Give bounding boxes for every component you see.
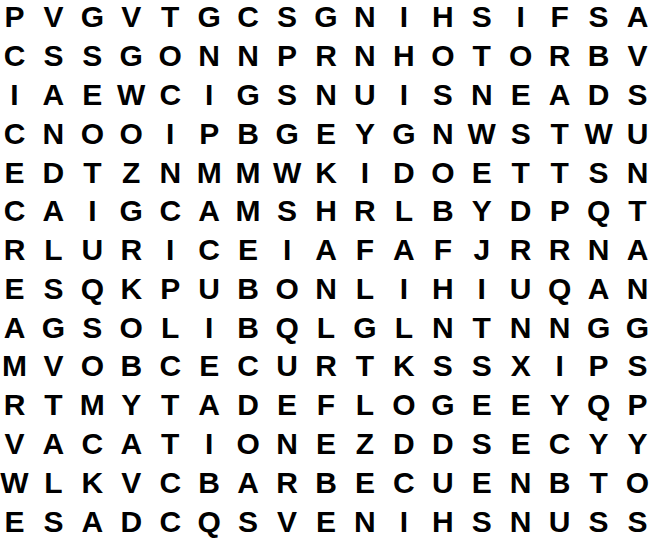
grid-cell-r12c2[interactable]: A	[34, 425, 73, 464]
grid-cell-r1c10[interactable]: N	[345, 0, 384, 37]
grid-cell-r2c12[interactable]: O	[423, 37, 462, 76]
grid-cell-r4c11[interactable]: G	[384, 114, 423, 153]
grid-cell-r13c16[interactable]: T	[579, 463, 618, 502]
grid-cell-r7c12[interactable]: F	[423, 231, 462, 270]
grid-cell-r5c14[interactable]: T	[501, 153, 540, 192]
grid-cell-r12c11[interactable]: D	[384, 425, 423, 464]
grid-cell-r3c14[interactable]: E	[501, 76, 540, 115]
grid-cell-r1c3[interactable]: G	[73, 0, 112, 37]
grid-cell-r4c12[interactable]: N	[423, 114, 462, 153]
grid-cell-r2c9[interactable]: R	[307, 37, 346, 76]
grid-cell-r2c1[interactable]: C	[0, 37, 34, 76]
grid-cell-r1c11[interactable]: I	[384, 0, 423, 37]
grid-cell-r9c5[interactable]: L	[151, 308, 190, 347]
grid-cell-r2c11[interactable]: H	[384, 37, 423, 76]
grid-cell-r5c16[interactable]: S	[579, 153, 618, 192]
grid-cell-r8c14[interactable]: U	[501, 269, 540, 308]
grid-cell-r1c4[interactable]: V	[112, 0, 151, 37]
grid-cell-r7c1[interactable]: R	[0, 231, 34, 270]
grid-cell-r4c6[interactable]: P	[190, 114, 229, 153]
grid-cell-r6c14[interactable]: D	[501, 192, 540, 231]
grid-cell-r3c11[interactable]: I	[384, 76, 423, 115]
grid-cell-r12c15[interactable]: C	[540, 425, 579, 464]
grid-cell-r14c13[interactable]: S	[462, 502, 501, 541]
grid-cell-r14c15[interactable]: U	[540, 502, 579, 541]
grid-cell-r9c14[interactable]: N	[501, 308, 540, 347]
grid-cell-r3c4[interactable]: W	[112, 76, 151, 115]
grid-cell-r12c7[interactable]: O	[229, 425, 268, 464]
grid-cell-r13c12[interactable]: U	[423, 463, 462, 502]
grid-cell-r8c12[interactable]: H	[423, 269, 462, 308]
grid-cell-r4c1[interactable]: C	[0, 114, 34, 153]
grid-cell-r13c14[interactable]: N	[501, 463, 540, 502]
grid-cell-r11c16[interactable]: Q	[579, 386, 618, 425]
grid-cell-r8c5[interactable]: P	[151, 269, 190, 308]
grid-cell-r3c12[interactable]: S	[423, 76, 462, 115]
grid-cell-r1c14[interactable]: I	[501, 0, 540, 37]
grid-cell-r8c2[interactable]: S	[34, 269, 73, 308]
grid-cell-r12c17[interactable]: Y	[618, 425, 657, 464]
grid-cell-r3c9[interactable]: N	[307, 76, 346, 115]
grid-cell-r12c5[interactable]: T	[151, 425, 190, 464]
grid-cell-r10c2[interactable]: V	[34, 347, 73, 386]
grid-cell-r7c13[interactable]: J	[462, 231, 501, 270]
grid-cell-r9c2[interactable]: G	[34, 308, 73, 347]
grid-cell-r13c6[interactable]: B	[190, 463, 229, 502]
grid-cell-r3c16[interactable]: D	[579, 76, 618, 115]
grid-cell-r8c9[interactable]: N	[307, 269, 346, 308]
grid-cell-r4c15[interactable]: T	[540, 114, 579, 153]
grid-cell-r4c5[interactable]: I	[151, 114, 190, 153]
grid-cell-r6c13[interactable]: Y	[462, 192, 501, 231]
grid-cell-r1c9[interactable]: G	[307, 0, 346, 37]
grid-cell-r3c13[interactable]: N	[462, 76, 501, 115]
grid-cell-r13c10[interactable]: E	[345, 463, 384, 502]
grid-cell-r10c7[interactable]: C	[229, 347, 268, 386]
grid-cell-r8c4[interactable]: K	[112, 269, 151, 308]
grid-cell-r9c13[interactable]: T	[462, 308, 501, 347]
grid-cell-r11c2[interactable]: T	[34, 386, 73, 425]
grid-cell-r6c11[interactable]: L	[384, 192, 423, 231]
grid-cell-r4c7[interactable]: B	[229, 114, 268, 153]
grid-cell-r14c16[interactable]: S	[579, 502, 618, 541]
grid-cell-r8c13[interactable]: I	[462, 269, 501, 308]
grid-cell-r13c9[interactable]: B	[307, 463, 346, 502]
grid-cell-r4c3[interactable]: O	[73, 114, 112, 153]
grid-cell-r10c16[interactable]: P	[579, 347, 618, 386]
grid-cell-r9c1[interactable]: A	[0, 308, 34, 347]
grid-cell-r14c8[interactable]: V	[268, 502, 307, 541]
grid-cell-r7c11[interactable]: A	[384, 231, 423, 270]
grid-cell-r11c3[interactable]: M	[73, 386, 112, 425]
grid-cell-r2c8[interactable]: P	[268, 37, 307, 76]
grid-cell-r6c1[interactable]: C	[0, 192, 34, 231]
grid-cell-r13c5[interactable]: C	[151, 463, 190, 502]
grid-cell-r1c15[interactable]: F	[540, 0, 579, 37]
grid-cell-r5c6[interactable]: M	[190, 153, 229, 192]
grid-cell-r10c3[interactable]: O	[73, 347, 112, 386]
grid-cell-r11c1[interactable]: R	[0, 386, 34, 425]
grid-cell-r2c6[interactable]: N	[190, 37, 229, 76]
grid-cell-r14c5[interactable]: C	[151, 502, 190, 541]
grid-cell-r13c11[interactable]: C	[384, 463, 423, 502]
grid-cell-r10c5[interactable]: C	[151, 347, 190, 386]
grid-cell-r8c15[interactable]: Q	[540, 269, 579, 308]
grid-cell-r12c4[interactable]: A	[112, 425, 151, 464]
grid-cell-r3c6[interactable]: I	[190, 76, 229, 115]
grid-cell-r7c15[interactable]: R	[540, 231, 579, 270]
grid-cell-r1c13[interactable]: S	[462, 0, 501, 37]
grid-cell-r14c6[interactable]: Q	[190, 502, 229, 541]
grid-cell-r5c11[interactable]: D	[384, 153, 423, 192]
grid-cell-r10c4[interactable]: B	[112, 347, 151, 386]
grid-cell-r5c2[interactable]: D	[34, 153, 73, 192]
word-search-grid: PVGVTGCSGNIHSIFSACSSGONNPRNHOTORBVIAEWCI…	[0, 0, 657, 541]
grid-cell-r12c6[interactable]: I	[190, 425, 229, 464]
grid-cell-r6c7[interactable]: M	[229, 192, 268, 231]
grid-cell-r13c7[interactable]: A	[229, 463, 268, 502]
grid-cell-r6c6[interactable]: A	[190, 192, 229, 231]
grid-cell-r10c17[interactable]: S	[618, 347, 657, 386]
grid-cell-r11c10[interactable]: L	[345, 386, 384, 425]
grid-cell-r10c1[interactable]: M	[0, 347, 34, 386]
grid-cell-r5c9[interactable]: K	[307, 153, 346, 192]
grid-cell-r10c14[interactable]: X	[501, 347, 540, 386]
grid-cell-r5c13[interactable]: E	[462, 153, 501, 192]
grid-cell-r9c17[interactable]: G	[618, 308, 657, 347]
grid-cell-r10c13[interactable]: S	[462, 347, 501, 386]
grid-cell-r3c15[interactable]: A	[540, 76, 579, 115]
grid-cell-r13c15[interactable]: B	[540, 463, 579, 502]
grid-cell-r6c17[interactable]: T	[618, 192, 657, 231]
grid-cell-r1c8[interactable]: S	[268, 0, 307, 37]
grid-cell-r1c17[interactable]: A	[618, 0, 657, 37]
grid-cell-r9c9[interactable]: L	[307, 308, 346, 347]
grid-cell-r13c2[interactable]: L	[34, 463, 73, 502]
grid-cell-r8c7[interactable]: B	[229, 269, 268, 308]
grid-cell-r1c6[interactable]: G	[190, 0, 229, 37]
grid-cell-r14c17[interactable]: S	[618, 502, 657, 541]
grid-cell-r1c5[interactable]: T	[151, 0, 190, 37]
grid-cell-r9c15[interactable]: N	[540, 308, 579, 347]
grid-cell-r10c12[interactable]: S	[423, 347, 462, 386]
grid-cell-r6c5[interactable]: C	[151, 192, 190, 231]
grid-cell-r8c11[interactable]: I	[384, 269, 423, 308]
grid-cell-r5c5[interactable]: N	[151, 153, 190, 192]
grid-cell-r6c12[interactable]: B	[423, 192, 462, 231]
grid-cell-r14c4[interactable]: D	[112, 502, 151, 541]
grid-cell-r11c5[interactable]: T	[151, 386, 190, 425]
grid-cell-r10c6[interactable]: E	[190, 347, 229, 386]
grid-cell-r6c10[interactable]: R	[345, 192, 384, 231]
grid-cell-r11c13[interactable]: E	[462, 386, 501, 425]
grid-cell-r5c8[interactable]: W	[268, 153, 307, 192]
grid-cell-r14c12[interactable]: H	[423, 502, 462, 541]
grid-cell-r5c4[interactable]: Z	[112, 153, 151, 192]
grid-cell-r4c8[interactable]: G	[268, 114, 307, 153]
grid-cell-r4c17[interactable]: U	[618, 114, 657, 153]
grid-cell-r3c2[interactable]: A	[34, 76, 73, 115]
grid-cell-r3c7[interactable]: G	[229, 76, 268, 115]
grid-cell-r10c8[interactable]: U	[268, 347, 307, 386]
grid-cell-r7c17[interactable]: A	[618, 231, 657, 270]
grid-cell-r11c11[interactable]: O	[384, 386, 423, 425]
grid-cell-r5c1[interactable]: E	[0, 153, 34, 192]
grid-cell-r2c4[interactable]: G	[112, 37, 151, 76]
grid-cell-r8c8[interactable]: O	[268, 269, 307, 308]
grid-cell-r8c1[interactable]: E	[0, 269, 34, 308]
grid-cell-r13c13[interactable]: E	[462, 463, 501, 502]
grid-cell-r13c8[interactable]: R	[268, 463, 307, 502]
grid-cell-r14c14[interactable]: N	[501, 502, 540, 541]
grid-cell-r6c2[interactable]: A	[34, 192, 73, 231]
grid-cell-r1c12[interactable]: H	[423, 0, 462, 37]
grid-cell-r14c11[interactable]: I	[384, 502, 423, 541]
grid-cell-r4c13[interactable]: W	[462, 114, 501, 153]
grid-cell-r12c10[interactable]: Z	[345, 425, 384, 464]
grid-cell-r9c4[interactable]: O	[112, 308, 151, 347]
grid-cell-r2c2[interactable]: S	[34, 37, 73, 76]
grid-cell-r2c17[interactable]: V	[618, 37, 657, 76]
grid-cell-r14c2[interactable]: S	[34, 502, 73, 541]
grid-cell-r1c16[interactable]: S	[579, 0, 618, 37]
grid-cell-r2c3[interactable]: S	[73, 37, 112, 76]
grid-cell-r7c9[interactable]: A	[307, 231, 346, 270]
grid-cell-r12c12[interactable]: D	[423, 425, 462, 464]
grid-cell-r4c14[interactable]: S	[501, 114, 540, 153]
grid-cell-r7c10[interactable]: F	[345, 231, 384, 270]
grid-cell-r10c15[interactable]: I	[540, 347, 579, 386]
grid-cell-r10c9[interactable]: R	[307, 347, 346, 386]
grid-cell-r7c5[interactable]: I	[151, 231, 190, 270]
grid-cell-r10c11[interactable]: K	[384, 347, 423, 386]
grid-cell-r13c17[interactable]: O	[618, 463, 657, 502]
grid-cell-r3c10[interactable]: U	[345, 76, 384, 115]
grid-cell-r14c10[interactable]: N	[345, 502, 384, 541]
grid-cell-r11c7[interactable]: D	[229, 386, 268, 425]
grid-cell-r5c17[interactable]: N	[618, 153, 657, 192]
grid-cell-r7c7[interactable]: E	[229, 231, 268, 270]
grid-cell-r7c4[interactable]: R	[112, 231, 151, 270]
grid-cell-r1c7[interactable]: C	[229, 0, 268, 37]
grid-cell-r4c16[interactable]: W	[579, 114, 618, 153]
grid-cell-r9c3[interactable]: S	[73, 308, 112, 347]
grid-cell-r5c7[interactable]: M	[229, 153, 268, 192]
grid-cell-r12c9[interactable]: E	[307, 425, 346, 464]
grid-cell-r14c7[interactable]: S	[229, 502, 268, 541]
grid-cell-r7c6[interactable]: C	[190, 231, 229, 270]
grid-cell-r11c12[interactable]: G	[423, 386, 462, 425]
grid-cell-r4c9[interactable]: E	[307, 114, 346, 153]
grid-cell-r9c10[interactable]: G	[345, 308, 384, 347]
grid-cell-r14c9[interactable]: E	[307, 502, 346, 541]
grid-cell-r11c15[interactable]: Y	[540, 386, 579, 425]
grid-cell-r1c1[interactable]: P	[0, 0, 34, 37]
grid-cell-r8c10[interactable]: L	[345, 269, 384, 308]
grid-cell-r11c9[interactable]: F	[307, 386, 346, 425]
grid-cell-r11c6[interactable]: A	[190, 386, 229, 425]
word-search-page: PVGVTGCSGNIHSIFSACSSGONNPRNHOTORBVIAEWCI…	[0, 0, 662, 543]
grid-cell-r6c15[interactable]: P	[540, 192, 579, 231]
grid-cell-r3c8[interactable]: S	[268, 76, 307, 115]
grid-cell-r8c17[interactable]: N	[618, 269, 657, 308]
grid-cell-r9c11[interactable]: L	[384, 308, 423, 347]
grid-cell-r1c2[interactable]: V	[34, 0, 73, 37]
grid-cell-r5c15[interactable]: T	[540, 153, 579, 192]
grid-cell-r2c5[interactable]: O	[151, 37, 190, 76]
grid-cell-r6c3[interactable]: I	[73, 192, 112, 231]
grid-cell-r9c7[interactable]: B	[229, 308, 268, 347]
grid-cell-r9c6[interactable]: I	[190, 308, 229, 347]
grid-cell-r7c3[interactable]: U	[73, 231, 112, 270]
grid-cell-r6c9[interactable]: H	[307, 192, 346, 231]
grid-cell-r9c12[interactable]: N	[423, 308, 462, 347]
grid-cell-r8c16[interactable]: A	[579, 269, 618, 308]
grid-cell-r14c1[interactable]: E	[0, 502, 34, 541]
grid-cell-r7c14[interactable]: R	[501, 231, 540, 270]
grid-cell-r6c16[interactable]: Q	[579, 192, 618, 231]
grid-cell-r9c16[interactable]: G	[579, 308, 618, 347]
grid-cell-r6c4[interactable]: G	[112, 192, 151, 231]
grid-cell-r12c8[interactable]: N	[268, 425, 307, 464]
grid-cell-r11c17[interactable]: P	[618, 386, 657, 425]
grid-cell-r5c3[interactable]: T	[73, 153, 112, 192]
grid-cell-r13c4[interactable]: V	[112, 463, 151, 502]
grid-cell-r2c16[interactable]: B	[579, 37, 618, 76]
grid-cell-r12c3[interactable]: C	[73, 425, 112, 464]
grid-cell-r10c10[interactable]: T	[345, 347, 384, 386]
grid-cell-r4c4[interactable]: O	[112, 114, 151, 153]
grid-cell-r2c7[interactable]: N	[229, 37, 268, 76]
grid-cell-r14c3[interactable]: A	[73, 502, 112, 541]
grid-cell-r13c1[interactable]: W	[0, 463, 34, 502]
grid-cell-r9c8[interactable]: Q	[268, 308, 307, 347]
grid-cell-r5c10[interactable]: I	[345, 153, 384, 192]
grid-cell-r3c17[interactable]: S	[618, 76, 657, 115]
grid-cell-r3c3[interactable]: E	[73, 76, 112, 115]
grid-cell-r2c14[interactable]: O	[501, 37, 540, 76]
grid-cell-r11c14[interactable]: E	[501, 386, 540, 425]
grid-cell-r12c14[interactable]: E	[501, 425, 540, 464]
grid-cell-r12c16[interactable]: Y	[579, 425, 618, 464]
grid-cell-r7c8[interactable]: I	[268, 231, 307, 270]
grid-cell-r11c8[interactable]: E	[268, 386, 307, 425]
grid-cell-r5c12[interactable]: O	[423, 153, 462, 192]
grid-cell-r6c8[interactable]: S	[268, 192, 307, 231]
grid-cell-r12c13[interactable]: S	[462, 425, 501, 464]
grid-cell-r2c15[interactable]: R	[540, 37, 579, 76]
grid-cell-r4c10[interactable]: Y	[345, 114, 384, 153]
grid-cell-r8c3[interactable]: Q	[73, 269, 112, 308]
grid-cell-r12c1[interactable]: V	[0, 425, 34, 464]
grid-cell-r8c6[interactable]: U	[190, 269, 229, 308]
grid-cell-r11c4[interactable]: Y	[112, 386, 151, 425]
grid-cell-r7c2[interactable]: L	[34, 231, 73, 270]
grid-cell-r7c16[interactable]: N	[579, 231, 618, 270]
grid-cell-r3c1[interactable]: I	[0, 76, 34, 115]
grid-cell-r2c13[interactable]: T	[462, 37, 501, 76]
grid-cell-r4c2[interactable]: N	[34, 114, 73, 153]
grid-cell-r13c3[interactable]: K	[73, 463, 112, 502]
grid-cell-r3c5[interactable]: C	[151, 76, 190, 115]
grid-cell-r2c10[interactable]: N	[345, 37, 384, 76]
